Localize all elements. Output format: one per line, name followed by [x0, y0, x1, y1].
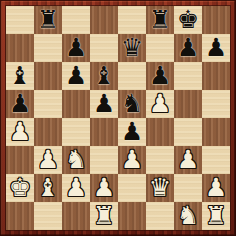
square-d3[interactable]	[90, 146, 118, 174]
piece-white-pawn: ♟	[202, 174, 230, 202]
square-f6[interactable]: ♟	[146, 62, 174, 90]
piece-white-king: ♚	[6, 174, 34, 202]
piece-black-rook: ♜	[146, 6, 174, 34]
square-b2[interactable]: ♝	[34, 174, 62, 202]
square-a1[interactable]	[6, 202, 34, 230]
square-a2[interactable]: ♚	[6, 174, 34, 202]
board: ♜♜♚♟♛♟♟♝♟♝♟♟♟♞♟♟♟♟♞♟♟♚♝♟♟♛♟♜♞♜	[6, 6, 230, 230]
square-e4[interactable]: ♟	[118, 118, 146, 146]
square-f8[interactable]: ♜	[146, 6, 174, 34]
square-c5[interactable]	[62, 90, 90, 118]
square-f5[interactable]: ♟	[146, 90, 174, 118]
square-c8[interactable]	[62, 6, 90, 34]
square-d6[interactable]: ♝	[90, 62, 118, 90]
piece-white-pawn: ♟	[90, 174, 118, 202]
square-g4[interactable]	[174, 118, 202, 146]
square-g6[interactable]	[174, 62, 202, 90]
square-d8[interactable]	[90, 6, 118, 34]
square-g8[interactable]: ♚	[174, 6, 202, 34]
piece-white-pawn: ♟	[6, 118, 34, 146]
square-d7[interactable]	[90, 34, 118, 62]
square-b3[interactable]: ♟	[34, 146, 62, 174]
piece-black-pawn: ♟	[174, 34, 202, 62]
square-e5[interactable]: ♞	[118, 90, 146, 118]
piece-white-pawn: ♟	[174, 146, 202, 174]
piece-white-pawn: ♟	[146, 90, 174, 118]
square-h3[interactable]	[202, 146, 230, 174]
square-b7[interactable]	[34, 34, 62, 62]
square-f3[interactable]	[146, 146, 174, 174]
piece-black-pawn: ♟	[62, 34, 90, 62]
board-frame: ♜♜♚♟♛♟♟♝♟♝♟♟♟♞♟♟♟♟♞♟♟♚♝♟♟♛♟♜♞♜	[0, 0, 236, 236]
square-g7[interactable]: ♟	[174, 34, 202, 62]
piece-white-bishop: ♝	[34, 174, 62, 202]
square-c1[interactable]	[62, 202, 90, 230]
square-d2[interactable]: ♟	[90, 174, 118, 202]
piece-black-pawn: ♟	[90, 90, 118, 118]
square-d4[interactable]	[90, 118, 118, 146]
piece-white-queen: ♛	[146, 174, 174, 202]
square-h7[interactable]: ♟	[202, 34, 230, 62]
square-f4[interactable]	[146, 118, 174, 146]
piece-black-pawn: ♟	[62, 62, 90, 90]
square-d5[interactable]: ♟	[90, 90, 118, 118]
piece-black-pawn: ♟	[118, 118, 146, 146]
square-e3[interactable]: ♟	[118, 146, 146, 174]
piece-white-rook: ♜	[90, 202, 118, 230]
square-h6[interactable]	[202, 62, 230, 90]
piece-black-pawn: ♟	[202, 34, 230, 62]
square-e2[interactable]	[118, 174, 146, 202]
piece-black-knight: ♞	[118, 90, 146, 118]
piece-black-bishop: ♝	[90, 62, 118, 90]
piece-black-queen: ♛	[118, 34, 146, 62]
square-c6[interactable]: ♟	[62, 62, 90, 90]
piece-black-bishop: ♝	[6, 62, 34, 90]
square-b6[interactable]	[34, 62, 62, 90]
piece-black-pawn: ♟	[146, 62, 174, 90]
square-g5[interactable]	[174, 90, 202, 118]
piece-white-pawn: ♟	[62, 174, 90, 202]
square-g2[interactable]	[174, 174, 202, 202]
square-a4[interactable]: ♟	[6, 118, 34, 146]
square-a5[interactable]: ♟	[6, 90, 34, 118]
piece-black-king: ♚	[174, 6, 202, 34]
square-h4[interactable]	[202, 118, 230, 146]
piece-black-pawn: ♟	[6, 90, 34, 118]
piece-white-knight: ♞	[62, 146, 90, 174]
square-a6[interactable]: ♝	[6, 62, 34, 90]
square-f1[interactable]	[146, 202, 174, 230]
square-g1[interactable]: ♞	[174, 202, 202, 230]
square-a8[interactable]	[6, 6, 34, 34]
piece-white-rook: ♜	[202, 202, 230, 230]
square-h2[interactable]: ♟	[202, 174, 230, 202]
piece-black-rook: ♜	[34, 6, 62, 34]
square-h1[interactable]: ♜	[202, 202, 230, 230]
square-e8[interactable]	[118, 6, 146, 34]
square-e6[interactable]	[118, 62, 146, 90]
piece-white-knight: ♞	[174, 202, 202, 230]
square-c2[interactable]: ♟	[62, 174, 90, 202]
square-h5[interactable]	[202, 90, 230, 118]
square-c7[interactable]: ♟	[62, 34, 90, 62]
square-h8[interactable]	[202, 6, 230, 34]
piece-white-pawn: ♟	[34, 146, 62, 174]
square-d1[interactable]: ♜	[90, 202, 118, 230]
square-b1[interactable]	[34, 202, 62, 230]
square-f2[interactable]: ♛	[146, 174, 174, 202]
square-a7[interactable]	[6, 34, 34, 62]
piece-white-pawn: ♟	[118, 146, 146, 174]
square-a3[interactable]	[6, 146, 34, 174]
square-e1[interactable]	[118, 202, 146, 230]
square-g3[interactable]: ♟	[174, 146, 202, 174]
square-b4[interactable]	[34, 118, 62, 146]
square-c4[interactable]	[62, 118, 90, 146]
square-b5[interactable]	[34, 90, 62, 118]
square-e7[interactable]: ♛	[118, 34, 146, 62]
square-c3[interactable]: ♞	[62, 146, 90, 174]
square-b8[interactable]: ♜	[34, 6, 62, 34]
square-f7[interactable]	[146, 34, 174, 62]
